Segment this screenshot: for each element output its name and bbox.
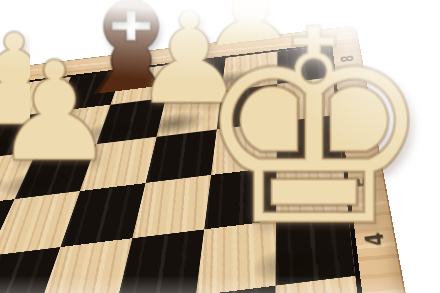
rank-label-8: 8	[336, 51, 359, 66]
square-f5	[132, 175, 211, 238]
rank-label-5: 5	[352, 169, 383, 193]
square-h5	[276, 159, 348, 221]
square-g7	[217, 84, 277, 129]
rank-label-4: 4	[359, 225, 393, 254]
chess-photo: ♟♟♝♟♟♟♚ 876543	[0, 0, 440, 293]
rank-label-6: 6	[346, 123, 374, 144]
chess-board: ♟♟♝♟♟♟♚ 876543	[0, 25, 440, 293]
board-scene: ♟♟♝♟♟♟♚ 876543	[0, 0, 440, 293]
board-grid: ♟♟♝♟♟♟♚	[0, 43, 399, 293]
square-g5	[204, 167, 276, 229]
square-h8	[277, 45, 333, 84]
square-h4: ♚	[276, 212, 356, 286]
rank-label-7: 7	[341, 84, 366, 102]
square-d5	[0, 191, 80, 256]
